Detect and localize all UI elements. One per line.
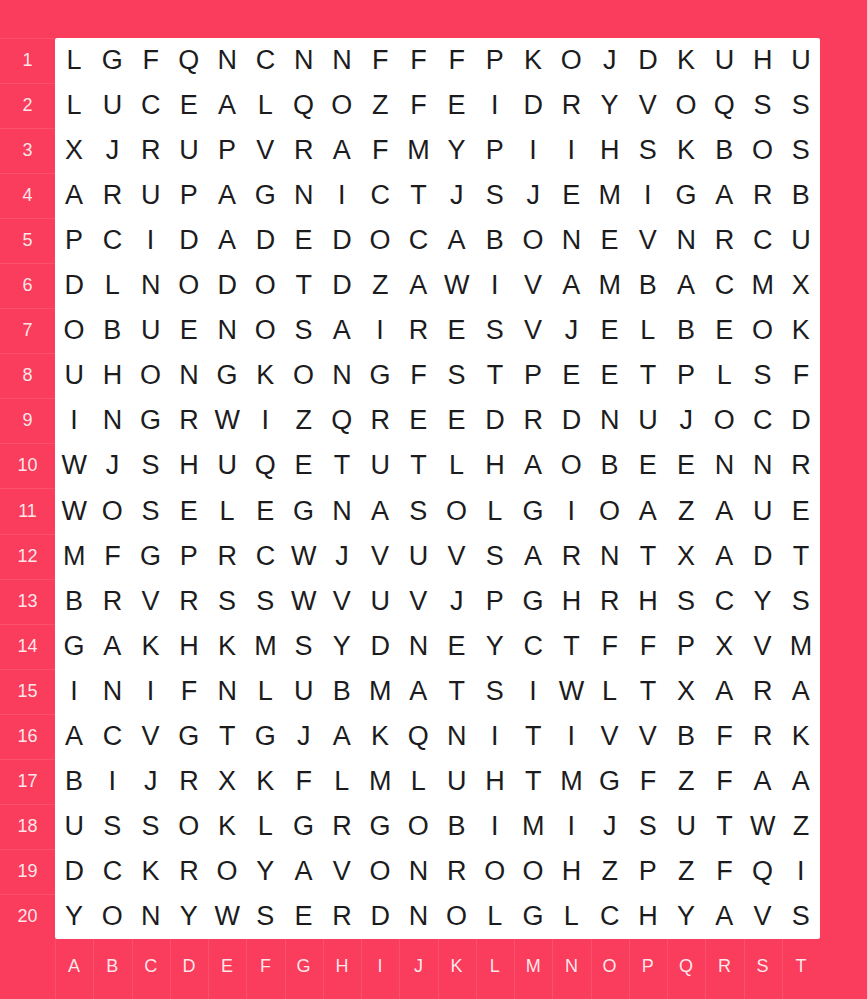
cell-N10[interactable]: O bbox=[552, 443, 590, 488]
cell-T6[interactable]: X bbox=[782, 263, 820, 308]
cell-J20[interactable]: N bbox=[399, 894, 437, 939]
cell-R7[interactable]: E bbox=[705, 308, 743, 353]
cell-H6[interactable]: D bbox=[323, 263, 361, 308]
cell-D5[interactable]: D bbox=[170, 218, 208, 263]
cell-N12[interactable]: R bbox=[552, 534, 590, 579]
cell-I3[interactable]: F bbox=[361, 128, 399, 173]
cell-O4[interactable]: M bbox=[591, 173, 629, 218]
cell-C18[interactable]: S bbox=[132, 804, 170, 849]
cell-M9[interactable]: R bbox=[514, 398, 552, 443]
cell-C7[interactable]: U bbox=[132, 308, 170, 353]
cell-M16[interactable]: T bbox=[514, 714, 552, 759]
cell-R11[interactable]: A bbox=[705, 488, 743, 533]
cell-J2[interactable]: F bbox=[399, 83, 437, 128]
cell-L12[interactable]: S bbox=[476, 534, 514, 579]
cell-Q17[interactable]: Z bbox=[667, 759, 705, 804]
cell-S3[interactable]: O bbox=[744, 128, 782, 173]
cell-E9[interactable]: W bbox=[208, 398, 246, 443]
cell-F12[interactable]: C bbox=[246, 534, 284, 579]
cell-R15[interactable]: A bbox=[705, 669, 743, 714]
cell-Q14[interactable]: P bbox=[667, 624, 705, 669]
cell-K9[interactable]: E bbox=[438, 398, 476, 443]
cell-T15[interactable]: A bbox=[782, 669, 820, 714]
cell-B14[interactable]: A bbox=[93, 624, 131, 669]
cell-O1[interactable]: J bbox=[591, 38, 629, 83]
cell-N11[interactable]: I bbox=[552, 488, 590, 533]
cell-K6[interactable]: W bbox=[438, 263, 476, 308]
cell-G9[interactable]: Z bbox=[285, 398, 323, 443]
cell-P6[interactable]: B bbox=[629, 263, 667, 308]
cell-G11[interactable]: G bbox=[285, 488, 323, 533]
cell-R4[interactable]: A bbox=[705, 173, 743, 218]
cell-J14[interactable]: N bbox=[399, 624, 437, 669]
cell-P10[interactable]: E bbox=[629, 443, 667, 488]
cell-T7[interactable]: K bbox=[782, 308, 820, 353]
cell-Q19[interactable]: Z bbox=[667, 849, 705, 894]
cell-H17[interactable]: L bbox=[323, 759, 361, 804]
cell-C5[interactable]: I bbox=[132, 218, 170, 263]
cell-I20[interactable]: D bbox=[361, 894, 399, 939]
cell-O11[interactable]: O bbox=[591, 488, 629, 533]
cell-K15[interactable]: T bbox=[438, 669, 476, 714]
cell-O16[interactable]: V bbox=[591, 714, 629, 759]
cell-F18[interactable]: L bbox=[246, 804, 284, 849]
cell-D18[interactable]: O bbox=[170, 804, 208, 849]
cell-R20[interactable]: A bbox=[705, 894, 743, 939]
cell-B8[interactable]: H bbox=[93, 353, 131, 398]
cell-M8[interactable]: P bbox=[514, 353, 552, 398]
cell-H11[interactable]: N bbox=[323, 488, 361, 533]
cell-B19[interactable]: C bbox=[93, 849, 131, 894]
cell-I11[interactable]: A bbox=[361, 488, 399, 533]
cell-O3[interactable]: H bbox=[591, 128, 629, 173]
cell-N8[interactable]: E bbox=[552, 353, 590, 398]
cell-T17[interactable]: A bbox=[782, 759, 820, 804]
cell-P2[interactable]: V bbox=[629, 83, 667, 128]
cell-S12[interactable]: D bbox=[744, 534, 782, 579]
cell-N9[interactable]: D bbox=[552, 398, 590, 443]
cell-P3[interactable]: S bbox=[629, 128, 667, 173]
cell-J12[interactable]: U bbox=[399, 534, 437, 579]
cell-S1[interactable]: H bbox=[744, 38, 782, 83]
cell-I14[interactable]: D bbox=[361, 624, 399, 669]
cell-Q12[interactable]: X bbox=[667, 534, 705, 579]
cell-J4[interactable]: T bbox=[399, 173, 437, 218]
cell-K11[interactable]: O bbox=[438, 488, 476, 533]
cell-G18[interactable]: G bbox=[285, 804, 323, 849]
cell-G7[interactable]: S bbox=[285, 308, 323, 353]
cell-N6[interactable]: A bbox=[552, 263, 590, 308]
cell-A14[interactable]: G bbox=[55, 624, 93, 669]
cell-E6[interactable]: D bbox=[208, 263, 246, 308]
cell-G3[interactable]: R bbox=[285, 128, 323, 173]
cell-G4[interactable]: N bbox=[285, 173, 323, 218]
cell-E18[interactable]: K bbox=[208, 804, 246, 849]
cell-L1[interactable]: P bbox=[476, 38, 514, 83]
cell-I4[interactable]: C bbox=[361, 173, 399, 218]
cell-N16[interactable]: I bbox=[552, 714, 590, 759]
cell-R12[interactable]: A bbox=[705, 534, 743, 579]
cell-B4[interactable]: R bbox=[93, 173, 131, 218]
cell-J18[interactable]: O bbox=[399, 804, 437, 849]
cell-O20[interactable]: C bbox=[591, 894, 629, 939]
cell-S19[interactable]: Q bbox=[744, 849, 782, 894]
cell-S13[interactable]: Y bbox=[744, 579, 782, 624]
cell-O5[interactable]: E bbox=[591, 218, 629, 263]
cell-G17[interactable]: F bbox=[285, 759, 323, 804]
cell-H16[interactable]: A bbox=[323, 714, 361, 759]
cell-L16[interactable]: I bbox=[476, 714, 514, 759]
cell-L2[interactable]: I bbox=[476, 83, 514, 128]
cell-L13[interactable]: P bbox=[476, 579, 514, 624]
cell-C11[interactable]: S bbox=[132, 488, 170, 533]
cell-H14[interactable]: Y bbox=[323, 624, 361, 669]
cell-G15[interactable]: U bbox=[285, 669, 323, 714]
cell-H15[interactable]: B bbox=[323, 669, 361, 714]
cell-P13[interactable]: H bbox=[629, 579, 667, 624]
cell-N3[interactable]: I bbox=[552, 128, 590, 173]
cell-S2[interactable]: S bbox=[744, 83, 782, 128]
cell-A20[interactable]: Y bbox=[55, 894, 93, 939]
cell-F3[interactable]: V bbox=[246, 128, 284, 173]
cell-D2[interactable]: E bbox=[170, 83, 208, 128]
cell-S10[interactable]: N bbox=[744, 443, 782, 488]
cell-P18[interactable]: S bbox=[629, 804, 667, 849]
cell-T10[interactable]: R bbox=[782, 443, 820, 488]
cell-D20[interactable]: Y bbox=[170, 894, 208, 939]
cell-R13[interactable]: C bbox=[705, 579, 743, 624]
cell-C1[interactable]: F bbox=[132, 38, 170, 83]
cell-M7[interactable]: V bbox=[514, 308, 552, 353]
cell-N18[interactable]: I bbox=[552, 804, 590, 849]
cell-C16[interactable]: V bbox=[132, 714, 170, 759]
cell-K18[interactable]: B bbox=[438, 804, 476, 849]
cell-N17[interactable]: M bbox=[552, 759, 590, 804]
cell-L10[interactable]: H bbox=[476, 443, 514, 488]
cell-T9[interactable]: D bbox=[782, 398, 820, 443]
cell-G6[interactable]: T bbox=[285, 263, 323, 308]
cell-O14[interactable]: F bbox=[591, 624, 629, 669]
cell-F14[interactable]: M bbox=[246, 624, 284, 669]
cell-A11[interactable]: W bbox=[55, 488, 93, 533]
cell-R2[interactable]: Q bbox=[705, 83, 743, 128]
cell-N5[interactable]: N bbox=[552, 218, 590, 263]
cell-C6[interactable]: N bbox=[132, 263, 170, 308]
cell-E7[interactable]: N bbox=[208, 308, 246, 353]
cell-N20[interactable]: L bbox=[552, 894, 590, 939]
cell-B1[interactable]: G bbox=[93, 38, 131, 83]
cell-M14[interactable]: C bbox=[514, 624, 552, 669]
cell-C10[interactable]: S bbox=[132, 443, 170, 488]
cell-Q9[interactable]: J bbox=[667, 398, 705, 443]
cell-P5[interactable]: V bbox=[629, 218, 667, 263]
cell-D8[interactable]: N bbox=[170, 353, 208, 398]
cell-B12[interactable]: F bbox=[93, 534, 131, 579]
cell-A15[interactable]: I bbox=[55, 669, 93, 714]
cell-M3[interactable]: I bbox=[514, 128, 552, 173]
cell-F19[interactable]: Y bbox=[246, 849, 284, 894]
cell-A8[interactable]: U bbox=[55, 353, 93, 398]
cell-J9[interactable]: E bbox=[399, 398, 437, 443]
cell-I8[interactable]: G bbox=[361, 353, 399, 398]
cell-P16[interactable]: V bbox=[629, 714, 667, 759]
cell-C19[interactable]: K bbox=[132, 849, 170, 894]
cell-E1[interactable]: N bbox=[208, 38, 246, 83]
cell-A9[interactable]: I bbox=[55, 398, 93, 443]
cell-E13[interactable]: S bbox=[208, 579, 246, 624]
cell-E12[interactable]: R bbox=[208, 534, 246, 579]
cell-K12[interactable]: V bbox=[438, 534, 476, 579]
cell-K1[interactable]: F bbox=[438, 38, 476, 83]
cell-Q11[interactable]: Z bbox=[667, 488, 705, 533]
cell-G20[interactable]: E bbox=[285, 894, 323, 939]
cell-L5[interactable]: B bbox=[476, 218, 514, 263]
cell-L7[interactable]: S bbox=[476, 308, 514, 353]
cell-L18[interactable]: I bbox=[476, 804, 514, 849]
cell-Q2[interactable]: O bbox=[667, 83, 705, 128]
cell-L6[interactable]: I bbox=[476, 263, 514, 308]
cell-M17[interactable]: T bbox=[514, 759, 552, 804]
cell-G2[interactable]: Q bbox=[285, 83, 323, 128]
cell-G16[interactable]: J bbox=[285, 714, 323, 759]
cell-M6[interactable]: V bbox=[514, 263, 552, 308]
cell-Q13[interactable]: S bbox=[667, 579, 705, 624]
cell-B2[interactable]: U bbox=[93, 83, 131, 128]
cell-N2[interactable]: R bbox=[552, 83, 590, 128]
cell-D15[interactable]: F bbox=[170, 669, 208, 714]
cell-D3[interactable]: U bbox=[170, 128, 208, 173]
cell-D16[interactable]: G bbox=[170, 714, 208, 759]
cell-T1[interactable]: U bbox=[782, 38, 820, 83]
cell-E5[interactable]: A bbox=[208, 218, 246, 263]
cell-H4[interactable]: I bbox=[323, 173, 361, 218]
cell-A5[interactable]: P bbox=[55, 218, 93, 263]
cell-A16[interactable]: A bbox=[55, 714, 93, 759]
cell-O13[interactable]: R bbox=[591, 579, 629, 624]
cell-M12[interactable]: A bbox=[514, 534, 552, 579]
cell-F10[interactable]: Q bbox=[246, 443, 284, 488]
cell-K20[interactable]: O bbox=[438, 894, 476, 939]
cell-E3[interactable]: P bbox=[208, 128, 246, 173]
cell-I17[interactable]: M bbox=[361, 759, 399, 804]
cell-P12[interactable]: T bbox=[629, 534, 667, 579]
cell-H13[interactable]: V bbox=[323, 579, 361, 624]
cell-E14[interactable]: K bbox=[208, 624, 246, 669]
cell-F7[interactable]: O bbox=[246, 308, 284, 353]
cell-S18[interactable]: W bbox=[744, 804, 782, 849]
cell-G13[interactable]: W bbox=[285, 579, 323, 624]
cell-I16[interactable]: K bbox=[361, 714, 399, 759]
cell-A6[interactable]: D bbox=[55, 263, 93, 308]
cell-K8[interactable]: S bbox=[438, 353, 476, 398]
cell-G19[interactable]: A bbox=[285, 849, 323, 894]
cell-R14[interactable]: X bbox=[705, 624, 743, 669]
cell-H20[interactable]: R bbox=[323, 894, 361, 939]
cell-T12[interactable]: T bbox=[782, 534, 820, 579]
cell-P11[interactable]: A bbox=[629, 488, 667, 533]
cell-C9[interactable]: G bbox=[132, 398, 170, 443]
cell-K13[interactable]: J bbox=[438, 579, 476, 624]
cell-S11[interactable]: U bbox=[744, 488, 782, 533]
cell-J17[interactable]: L bbox=[399, 759, 437, 804]
cell-L11[interactable]: L bbox=[476, 488, 514, 533]
cell-J8[interactable]: F bbox=[399, 353, 437, 398]
cell-A1[interactable]: L bbox=[55, 38, 93, 83]
cell-D7[interactable]: E bbox=[170, 308, 208, 353]
cell-B6[interactable]: L bbox=[93, 263, 131, 308]
cell-N4[interactable]: E bbox=[552, 173, 590, 218]
cell-D17[interactable]: R bbox=[170, 759, 208, 804]
cell-E10[interactable]: U bbox=[208, 443, 246, 488]
cell-P17[interactable]: F bbox=[629, 759, 667, 804]
cell-E11[interactable]: L bbox=[208, 488, 246, 533]
cell-T14[interactable]: M bbox=[782, 624, 820, 669]
cell-L15[interactable]: S bbox=[476, 669, 514, 714]
cell-D13[interactable]: R bbox=[170, 579, 208, 624]
cell-B17[interactable]: I bbox=[93, 759, 131, 804]
cell-R16[interactable]: F bbox=[705, 714, 743, 759]
cell-F13[interactable]: S bbox=[246, 579, 284, 624]
cell-A4[interactable]: A bbox=[55, 173, 93, 218]
cell-T5[interactable]: U bbox=[782, 218, 820, 263]
cell-O6[interactable]: M bbox=[591, 263, 629, 308]
cell-T19[interactable]: I bbox=[782, 849, 820, 894]
cell-F20[interactable]: S bbox=[246, 894, 284, 939]
cell-E16[interactable]: T bbox=[208, 714, 246, 759]
cell-R5[interactable]: R bbox=[705, 218, 743, 263]
cell-E17[interactable]: X bbox=[208, 759, 246, 804]
cell-E4[interactable]: A bbox=[208, 173, 246, 218]
cell-K14[interactable]: E bbox=[438, 624, 476, 669]
cell-T20[interactable]: S bbox=[782, 894, 820, 939]
cell-H19[interactable]: V bbox=[323, 849, 361, 894]
cell-P1[interactable]: D bbox=[629, 38, 667, 83]
cell-Q8[interactable]: P bbox=[667, 353, 705, 398]
cell-T8[interactable]: F bbox=[782, 353, 820, 398]
cell-R3[interactable]: B bbox=[705, 128, 743, 173]
cell-B10[interactable]: J bbox=[93, 443, 131, 488]
cell-K10[interactable]: L bbox=[438, 443, 476, 488]
cell-K19[interactable]: R bbox=[438, 849, 476, 894]
cell-L14[interactable]: Y bbox=[476, 624, 514, 669]
cell-T2[interactable]: S bbox=[782, 83, 820, 128]
cell-G12[interactable]: W bbox=[285, 534, 323, 579]
cell-Q10[interactable]: E bbox=[667, 443, 705, 488]
cell-S17[interactable]: A bbox=[744, 759, 782, 804]
cell-O9[interactable]: N bbox=[591, 398, 629, 443]
cell-I15[interactable]: M bbox=[361, 669, 399, 714]
cell-L20[interactable]: L bbox=[476, 894, 514, 939]
cell-J11[interactable]: S bbox=[399, 488, 437, 533]
cell-R1[interactable]: U bbox=[705, 38, 743, 83]
cell-K7[interactable]: E bbox=[438, 308, 476, 353]
cell-N14[interactable]: T bbox=[552, 624, 590, 669]
cell-K5[interactable]: A bbox=[438, 218, 476, 263]
cell-P4[interactable]: I bbox=[629, 173, 667, 218]
cell-Q4[interactable]: G bbox=[667, 173, 705, 218]
cell-O12[interactable]: N bbox=[591, 534, 629, 579]
cell-G5[interactable]: E bbox=[285, 218, 323, 263]
cell-E15[interactable]: N bbox=[208, 669, 246, 714]
cell-J15[interactable]: A bbox=[399, 669, 437, 714]
cell-A18[interactable]: U bbox=[55, 804, 93, 849]
cell-B5[interactable]: C bbox=[93, 218, 131, 263]
cell-I19[interactable]: O bbox=[361, 849, 399, 894]
cell-P14[interactable]: F bbox=[629, 624, 667, 669]
cell-I1[interactable]: F bbox=[361, 38, 399, 83]
cell-S5[interactable]: C bbox=[744, 218, 782, 263]
cell-J3[interactable]: M bbox=[399, 128, 437, 173]
cell-M1[interactable]: K bbox=[514, 38, 552, 83]
cell-K16[interactable]: N bbox=[438, 714, 476, 759]
cell-G8[interactable]: O bbox=[285, 353, 323, 398]
cell-C12[interactable]: G bbox=[132, 534, 170, 579]
cell-L4[interactable]: S bbox=[476, 173, 514, 218]
cell-Q16[interactable]: B bbox=[667, 714, 705, 759]
cell-I7[interactable]: I bbox=[361, 308, 399, 353]
cell-R9[interactable]: O bbox=[705, 398, 743, 443]
cell-B13[interactable]: R bbox=[93, 579, 131, 624]
cell-T11[interactable]: E bbox=[782, 488, 820, 533]
cell-B16[interactable]: C bbox=[93, 714, 131, 759]
cell-N1[interactable]: O bbox=[552, 38, 590, 83]
cell-Q3[interactable]: K bbox=[667, 128, 705, 173]
cell-S4[interactable]: R bbox=[744, 173, 782, 218]
cell-P15[interactable]: T bbox=[629, 669, 667, 714]
cell-S15[interactable]: R bbox=[744, 669, 782, 714]
cell-K3[interactable]: Y bbox=[438, 128, 476, 173]
cell-D9[interactable]: R bbox=[170, 398, 208, 443]
cell-M15[interactable]: I bbox=[514, 669, 552, 714]
cell-J10[interactable]: T bbox=[399, 443, 437, 488]
cell-D10[interactable]: H bbox=[170, 443, 208, 488]
cell-I6[interactable]: Z bbox=[361, 263, 399, 308]
cell-D4[interactable]: P bbox=[170, 173, 208, 218]
cell-D6[interactable]: O bbox=[170, 263, 208, 308]
cell-I10[interactable]: U bbox=[361, 443, 399, 488]
cell-A12[interactable]: M bbox=[55, 534, 93, 579]
cell-P19[interactable]: P bbox=[629, 849, 667, 894]
cell-H10[interactable]: T bbox=[323, 443, 361, 488]
cell-R6[interactable]: C bbox=[705, 263, 743, 308]
cell-H3[interactable]: A bbox=[323, 128, 361, 173]
cell-H1[interactable]: N bbox=[323, 38, 361, 83]
cell-R17[interactable]: F bbox=[705, 759, 743, 804]
cell-T3[interactable]: S bbox=[782, 128, 820, 173]
cell-I2[interactable]: Z bbox=[361, 83, 399, 128]
cell-H8[interactable]: N bbox=[323, 353, 361, 398]
cell-L9[interactable]: D bbox=[476, 398, 514, 443]
cell-J16[interactable]: Q bbox=[399, 714, 437, 759]
cell-T13[interactable]: S bbox=[782, 579, 820, 624]
cell-H12[interactable]: J bbox=[323, 534, 361, 579]
cell-N7[interactable]: J bbox=[552, 308, 590, 353]
cell-A7[interactable]: O bbox=[55, 308, 93, 353]
cell-F9[interactable]: I bbox=[246, 398, 284, 443]
cell-B11[interactable]: O bbox=[93, 488, 131, 533]
cell-R8[interactable]: L bbox=[705, 353, 743, 398]
cell-N13[interactable]: H bbox=[552, 579, 590, 624]
cell-Q5[interactable]: N bbox=[667, 218, 705, 263]
cell-A19[interactable]: D bbox=[55, 849, 93, 894]
cell-Q1[interactable]: K bbox=[667, 38, 705, 83]
cell-I5[interactable]: O bbox=[361, 218, 399, 263]
cell-J19[interactable]: N bbox=[399, 849, 437, 894]
cell-M10[interactable]: A bbox=[514, 443, 552, 488]
cell-C20[interactable]: N bbox=[132, 894, 170, 939]
cell-F2[interactable]: L bbox=[246, 83, 284, 128]
cell-D11[interactable]: E bbox=[170, 488, 208, 533]
